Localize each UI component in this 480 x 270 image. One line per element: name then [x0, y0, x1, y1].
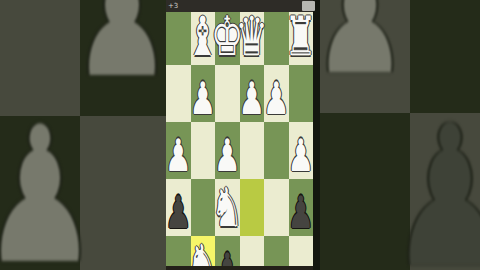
square-b4[interactable]: ♟: [289, 179, 314, 236]
background-board-right: ♟♟: [313, 0, 480, 270]
chess-video-strip: +3 ♝♚♛♜♟♟♟♟♟♟♟♞♟♞♟: [166, 0, 313, 270]
square-f3[interactable]: [191, 122, 216, 179]
white-pawn: ♟: [263, 76, 290, 121]
square-e1[interactable]: ♚: [215, 12, 240, 65]
video-frame: ♟♟ ♟♟ +3 ♝♚♛♜♟♟♟♟♟♟♟♞♟♞♟: [0, 0, 480, 270]
square-d2[interactable]: ♟: [240, 65, 265, 122]
square-e2[interactable]: [215, 65, 240, 122]
background-board-left: ♟♟: [0, 0, 166, 270]
square-g4[interactable]: ♟: [166, 179, 191, 236]
square-e5[interactable]: ♟: [215, 236, 240, 266]
square-f5[interactable]: ♞: [191, 236, 216, 266]
square-g5[interactable]: [166, 236, 191, 266]
square-c4[interactable]: [264, 179, 289, 236]
white-pawn: ♟: [166, 133, 192, 178]
white-pawn: ♟: [214, 133, 241, 178]
evaluation-label: +3: [168, 2, 178, 10]
square-g3[interactable]: ♟: [166, 122, 191, 179]
square-d5[interactable]: [240, 236, 265, 266]
white-pawn: ♟: [189, 76, 216, 121]
black-pawn: ♟: [287, 190, 313, 235]
menu-button[interactable]: [302, 1, 315, 11]
square-d4[interactable]: [240, 179, 265, 236]
square-c1[interactable]: [264, 12, 289, 65]
square-e3[interactable]: ♟: [215, 122, 240, 179]
square-f1[interactable]: ♝: [191, 12, 216, 65]
black-pawn: ♟: [214, 247, 241, 266]
square-e4[interactable]: ♞: [215, 179, 240, 236]
square-c5[interactable]: [264, 236, 289, 266]
square-c2[interactable]: ♟: [264, 65, 289, 122]
square-f2[interactable]: ♟: [191, 65, 216, 122]
square-d1[interactable]: ♛: [240, 12, 265, 65]
square-f4[interactable]: [191, 179, 216, 236]
blurred-black-pawn-icon: ♟: [389, 99, 480, 270]
bottom-bar: [166, 266, 313, 270]
square-g2[interactable]: [166, 65, 191, 122]
square-c3[interactable]: [264, 122, 289, 179]
white-rook: ♜: [285, 12, 313, 64]
square-b5[interactable]: [289, 236, 314, 266]
black-pawn: ♟: [166, 190, 192, 235]
square-d3[interactable]: [240, 122, 265, 179]
top-bar: +3: [166, 0, 313, 12]
chess-board[interactable]: ♝♚♛♜♟♟♟♟♟♟♟♞♟♞♟: [166, 12, 313, 266]
square-b2[interactable]: [289, 65, 314, 122]
white-pawn: ♟: [287, 133, 313, 178]
square-b1[interactable]: ♜: [289, 12, 314, 65]
blurred-white-pawn-icon: ♟: [0, 102, 98, 270]
square-g1[interactable]: [166, 12, 191, 65]
white-pawn: ♟: [238, 76, 265, 121]
square-b3[interactable]: ♟: [289, 122, 314, 179]
